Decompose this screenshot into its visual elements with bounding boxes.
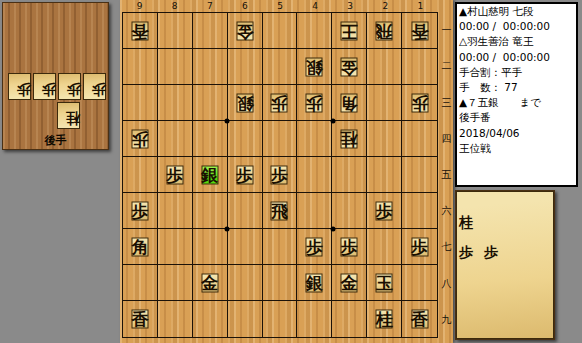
piece-kanji: 香 xyxy=(411,21,428,41)
file-label-3: 3 xyxy=(333,0,368,12)
shogi-piece-歩[interactable]: 歩 xyxy=(411,93,428,112)
info-line: △羽生善治 竜王 xyxy=(457,34,576,49)
shogi-piece-歩[interactable]: 歩 xyxy=(271,165,288,184)
board-cell-4六[interactable] xyxy=(297,193,332,229)
piece-kanji: 角 xyxy=(131,236,148,256)
rank-label-八: 八 xyxy=(440,266,453,302)
board-cell-2四[interactable] xyxy=(367,121,402,157)
piece-kanji: 角 xyxy=(341,93,358,113)
file-label-4: 4 xyxy=(298,0,333,12)
shogi-piece-銀[interactable]: 銀 xyxy=(306,57,323,76)
board-cell-8三[interactable] xyxy=(158,85,193,121)
board-cell-5五[interactable]: 歩 xyxy=(263,157,298,193)
board-cell-2三[interactable] xyxy=(367,85,402,121)
board-cell-8一[interactable] xyxy=(158,13,193,49)
shogi-piece-金[interactable]: 金 xyxy=(341,57,358,76)
piece-kanji: 飛 xyxy=(271,200,288,220)
board-cell-7七[interactable] xyxy=(193,229,228,265)
board-cell-2六[interactable]: 歩 xyxy=(367,193,402,229)
shogi-piece-歩[interactable]: 歩 xyxy=(33,73,56,100)
info-line: ▲村山慈明 七段 xyxy=(457,4,576,19)
star-point xyxy=(225,118,230,123)
piece-kanji: 銀 xyxy=(236,93,253,113)
shogi-piece-歩[interactable]: 歩 xyxy=(131,129,148,148)
shogi-piece-銀[interactable]: 銀 xyxy=(201,165,218,184)
file-label-5: 5 xyxy=(262,0,297,12)
board-cell-5三[interactable]: 歩 xyxy=(263,85,298,121)
piece-kanji: 銀 xyxy=(306,272,323,292)
shogi-piece-金[interactable]: 金 xyxy=(236,21,253,40)
piece-kanji: 桂 xyxy=(459,214,473,230)
piece-kanji: 歩 xyxy=(484,244,498,260)
info-line: 手合割：平手 xyxy=(457,65,576,80)
board-cell-4四[interactable] xyxy=(297,121,332,157)
piece-kanji: 歩 xyxy=(411,93,428,113)
shogi-piece-香[interactable]: 香 xyxy=(411,310,428,329)
board-cell-7九[interactable] xyxy=(193,301,228,337)
gote-tray-pieces: 歩歩歩歩桂 xyxy=(8,73,106,129)
board-cell-8六[interactable] xyxy=(158,193,193,229)
shogi-piece-歩[interactable]: 歩 xyxy=(131,201,148,220)
piece-kanji: 歩 xyxy=(236,164,253,184)
board-cell-1六[interactable] xyxy=(402,193,437,229)
board-cell-5七[interactable] xyxy=(263,229,298,265)
info-line: 00:00 / 00:00:00 xyxy=(457,19,576,34)
sente-tray-pieces: 桂歩歩 xyxy=(459,212,554,269)
rank-label-五: 五 xyxy=(440,157,453,193)
board-cell-4八[interactable]: 銀 xyxy=(297,265,332,301)
board-cell-4五[interactable] xyxy=(297,157,332,193)
info-line: 手 数： 77 xyxy=(457,80,576,95)
piece-kanji: 香 xyxy=(131,309,148,329)
tray-row: 桂 xyxy=(57,102,106,129)
piece-kanji: 歩 xyxy=(166,164,183,184)
board-cell-8八[interactable] xyxy=(158,265,193,301)
shogi-piece-歩[interactable]: 歩 xyxy=(166,165,183,184)
board-cell-3七[interactable]: 歩 xyxy=(332,229,367,265)
board-cell-7六[interactable] xyxy=(193,193,228,229)
board-cell-3五[interactable] xyxy=(332,157,367,193)
piece-kanji: 桂 xyxy=(66,111,80,127)
board-cell-7五[interactable]: 銀 xyxy=(193,157,228,193)
gote-tray-label: 後手 xyxy=(3,133,108,148)
star-point xyxy=(330,118,335,123)
info-line: 後手番 xyxy=(457,110,576,125)
piece-kanji: 歩 xyxy=(341,236,358,256)
board-cell-6九[interactable] xyxy=(228,301,263,337)
piece-kanji: 金 xyxy=(341,57,358,77)
board-cell-5九[interactable] xyxy=(263,301,298,337)
board-grid[interactable]: 香金王飛香銀金銀歩歩角歩歩桂歩銀歩歩歩飛歩角歩歩歩金銀金玉香桂香 xyxy=(122,12,438,338)
piece-kanji: 歩 xyxy=(131,129,148,149)
piece-kanji: 銀 xyxy=(306,57,323,77)
shogi-piece-歩[interactable]: 歩 xyxy=(411,237,428,256)
shogi-piece-桂[interactable]: 桂 xyxy=(57,102,80,129)
file-label-2: 2 xyxy=(368,0,403,12)
piece-kanji: 歩 xyxy=(411,236,428,256)
board-cell-5一[interactable] xyxy=(263,13,298,49)
board-cell-1四[interactable] xyxy=(402,121,437,157)
piece-kanji: 桂 xyxy=(341,129,358,149)
board-cell-1五[interactable] xyxy=(402,157,437,193)
shogi-piece-銀[interactable]: 銀 xyxy=(306,273,323,292)
piece-kanji: 香 xyxy=(411,309,428,329)
shogi-piece-歩[interactable]: 歩 xyxy=(376,201,393,220)
board-cell-3三[interactable]: 角 xyxy=(332,85,367,121)
piece-kanji: 桂 xyxy=(376,309,393,329)
board-cell-1七[interactable]: 歩 xyxy=(402,229,437,265)
file-label-9: 9 xyxy=(122,0,157,12)
shogi-piece-歩[interactable]: 歩 xyxy=(484,242,507,269)
board-cell-7一[interactable] xyxy=(193,13,228,49)
board-cell-3二[interactable]: 金 xyxy=(332,49,367,85)
rank-label-一: 一 xyxy=(440,12,453,48)
board-cell-5六[interactable]: 飛 xyxy=(263,193,298,229)
tray-row: 歩歩 xyxy=(459,242,554,269)
board-cell-7二[interactable] xyxy=(193,49,228,85)
info-line: ▲７五銀 まで xyxy=(457,95,576,110)
board-cell-9五[interactable] xyxy=(123,157,158,193)
board-cell-5四[interactable] xyxy=(263,121,298,157)
piece-kanji: 歩 xyxy=(306,93,323,113)
piece-kanji: 王 xyxy=(341,21,358,41)
sente-captured-tray: 先手 桂歩歩 xyxy=(455,190,555,340)
piece-kanji: 銀 xyxy=(201,164,218,184)
board-cell-8二[interactable] xyxy=(158,49,193,85)
shogi-piece-歩[interactable]: 歩 xyxy=(8,73,31,100)
shogi-piece-桂[interactable]: 桂 xyxy=(376,310,393,329)
board-cell-6八[interactable] xyxy=(228,265,263,301)
board-cell-4七[interactable]: 歩 xyxy=(297,229,332,265)
board-cell-6五[interactable]: 歩 xyxy=(228,157,263,193)
board-cell-7三[interactable] xyxy=(193,85,228,121)
board-cell-4九[interactable] xyxy=(297,301,332,337)
board-cell-1八[interactable] xyxy=(402,265,437,301)
piece-kanji: 歩 xyxy=(306,236,323,256)
board-cell-4一[interactable] xyxy=(297,13,332,49)
shogi-piece-金[interactable]: 金 xyxy=(201,273,218,292)
board-cell-2五[interactable] xyxy=(367,157,402,193)
piece-kanji: 歩 xyxy=(459,244,473,260)
shogi-piece-飛[interactable]: 飛 xyxy=(271,201,288,220)
board-cell-1九[interactable]: 香 xyxy=(402,301,437,337)
piece-kanji: 香 xyxy=(131,21,148,41)
board-cell-6七[interactable] xyxy=(228,229,263,265)
file-label-8: 8 xyxy=(157,0,192,12)
board-cell-9九[interactable]: 香 xyxy=(123,301,158,337)
board-cell-4三[interactable]: 歩 xyxy=(297,85,332,121)
board-cell-8五[interactable]: 歩 xyxy=(158,157,193,193)
piece-kanji: 飛 xyxy=(376,21,393,41)
info-line: 王位戦 xyxy=(457,141,576,156)
board-cell-3九[interactable] xyxy=(332,301,367,337)
file-label-7: 7 xyxy=(192,0,227,12)
shogi-piece-飛[interactable]: 飛 xyxy=(376,21,393,40)
board-cell-4二[interactable]: 銀 xyxy=(297,49,332,85)
info-line: 00:00 / 00:00:00 xyxy=(457,50,576,65)
board-cell-2二[interactable] xyxy=(367,49,402,85)
file-label-1: 1 xyxy=(403,0,438,12)
shogi-piece-歩[interactable]: 歩 xyxy=(236,165,253,184)
board-cell-3八[interactable]: 金 xyxy=(332,265,367,301)
board-cell-6一[interactable]: 金 xyxy=(228,13,263,49)
board-cell-1一[interactable]: 香 xyxy=(402,13,437,49)
star-point xyxy=(225,227,230,232)
board-cell-6六[interactable] xyxy=(228,193,263,229)
rank-label-七: 七 xyxy=(440,229,453,265)
file-label-6: 6 xyxy=(227,0,262,12)
piece-kanji: 歩 xyxy=(376,200,393,220)
board-cell-9七[interactable]: 角 xyxy=(123,229,158,265)
board-cell-3四[interactable]: 桂 xyxy=(332,121,367,157)
shogi-piece-香[interactable]: 香 xyxy=(131,310,148,329)
piece-kanji: 歩 xyxy=(271,93,288,113)
shogi-piece-玉[interactable]: 玉 xyxy=(376,273,393,292)
piece-kanji: 金 xyxy=(201,272,218,292)
rank-label-三: 三 xyxy=(440,84,453,120)
board-cell-6四[interactable] xyxy=(228,121,263,157)
shogi-piece-歩[interactable]: 歩 xyxy=(83,73,106,100)
board-cell-8四[interactable] xyxy=(158,121,193,157)
shogi-piece-銀[interactable]: 銀 xyxy=(236,93,253,112)
board-cell-2九[interactable]: 桂 xyxy=(367,301,402,337)
board-cell-2七[interactable] xyxy=(367,229,402,265)
file-labels: 987654321 xyxy=(122,0,438,12)
board-cell-3一[interactable]: 王 xyxy=(332,13,367,49)
board-cell-9一[interactable]: 香 xyxy=(123,13,158,49)
shogi-piece-桂[interactable]: 桂 xyxy=(341,129,358,148)
rank-label-四: 四 xyxy=(440,121,453,157)
shogi-piece-歩[interactable]: 歩 xyxy=(306,237,323,256)
board-cell-9四[interactable]: 歩 xyxy=(123,121,158,157)
shogi-board: 987654321 香金王飛香銀金銀歩歩角歩歩桂歩銀歩歩歩飛歩角歩歩歩金銀金玉香… xyxy=(120,0,453,343)
board-cell-1二[interactable] xyxy=(402,49,437,85)
board-cell-9三[interactable] xyxy=(123,85,158,121)
piece-kanji: 歩 xyxy=(271,164,288,184)
board-cell-7八[interactable]: 金 xyxy=(193,265,228,301)
gote-captured-tray: 歩歩歩歩桂 後手 xyxy=(2,2,109,150)
shogi-piece-角[interactable]: 角 xyxy=(341,93,358,112)
shogi-piece-金[interactable]: 金 xyxy=(341,273,358,292)
board-cell-8七[interactable] xyxy=(158,229,193,265)
star-point xyxy=(330,227,335,232)
piece-kanji: 歩 xyxy=(131,200,148,220)
rank-label-二: 二 xyxy=(440,48,453,84)
board-cell-1三[interactable]: 歩 xyxy=(402,85,437,121)
shogi-piece-歩[interactable]: 歩 xyxy=(58,73,81,100)
board-cell-9六[interactable]: 歩 xyxy=(123,193,158,229)
board-cell-7四[interactable] xyxy=(193,121,228,157)
rank-labels: 一二三四五六七八九 xyxy=(440,12,453,338)
piece-kanji: 金 xyxy=(341,272,358,292)
shogi-piece-角[interactable]: 角 xyxy=(131,237,148,256)
piece-kanji: 金 xyxy=(236,21,253,41)
shogi-piece-香[interactable]: 香 xyxy=(411,21,428,40)
tray-row: 歩歩歩歩 xyxy=(8,73,106,100)
board-cell-5二[interactable] xyxy=(263,49,298,85)
shogi-piece-歩[interactable]: 歩 xyxy=(341,237,358,256)
shogi-piece-歩[interactable]: 歩 xyxy=(306,93,323,112)
piece-kanji: 歩 xyxy=(67,82,81,98)
info-line: 2018/04/06 xyxy=(457,126,576,141)
shogi-piece-香[interactable]: 香 xyxy=(131,21,148,40)
rank-label-九: 九 xyxy=(440,302,453,338)
piece-kanji: 玉 xyxy=(376,272,393,292)
board-cell-8九[interactable] xyxy=(158,301,193,337)
rank-label-六: 六 xyxy=(440,193,453,229)
board-cell-5八[interactable] xyxy=(263,265,298,301)
board-cell-6二[interactable] xyxy=(228,49,263,85)
shogi-piece-歩[interactable]: 歩 xyxy=(271,93,288,112)
board-cell-6三[interactable]: 銀 xyxy=(228,85,263,121)
shogi-piece-王[interactable]: 王 xyxy=(341,21,358,40)
board-cell-9八[interactable] xyxy=(123,265,158,301)
piece-kanji: 歩 xyxy=(17,82,31,98)
piece-kanji: 歩 xyxy=(42,82,56,98)
board-cell-2八[interactable]: 玉 xyxy=(367,265,402,301)
board-cell-3六[interactable] xyxy=(332,193,367,229)
info-lines: ▲村山慈明 七段00:00 / 00:00:00△羽生善治 竜王00:00 / … xyxy=(457,4,576,156)
board-cell-9二[interactable] xyxy=(123,49,158,85)
board-cell-2一[interactable]: 飛 xyxy=(367,13,402,49)
piece-kanji: 歩 xyxy=(92,82,106,98)
game-info-panel: ▲村山慈明 七段00:00 / 00:00:00△羽生善治 竜王00:00 / … xyxy=(455,2,578,187)
shogi-app-window: 歩歩歩歩桂 後手 987654321 香金王飛香銀金銀歩歩角歩歩桂歩銀歩歩歩飛歩… xyxy=(0,0,582,343)
